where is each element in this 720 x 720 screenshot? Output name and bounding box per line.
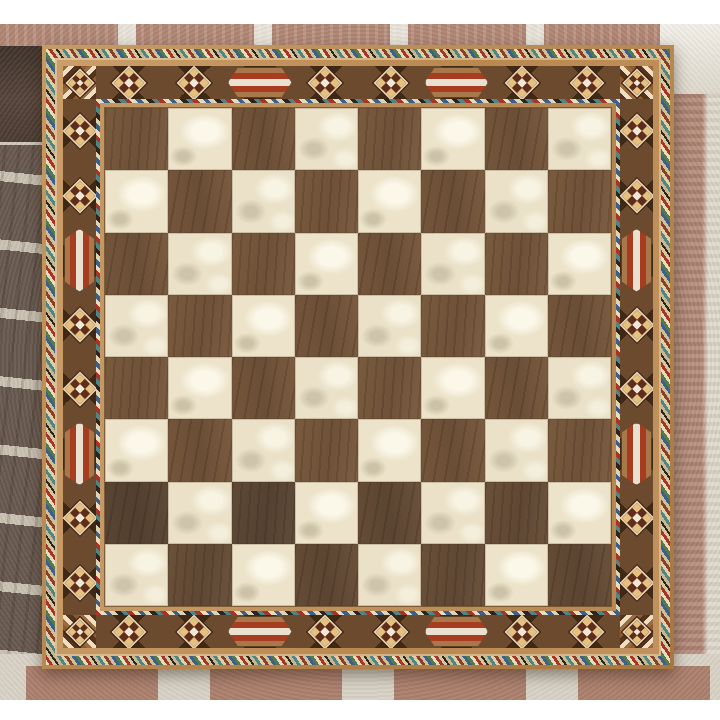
square-r6c7[interactable] bbox=[485, 419, 548, 481]
square-r3c3[interactable] bbox=[232, 233, 295, 295]
ornament-cell bbox=[63, 551, 96, 616]
square-r2c8[interactable] bbox=[548, 170, 611, 232]
square-r1c5[interactable] bbox=[358, 108, 421, 170]
ornament-cell bbox=[162, 66, 228, 99]
ornament-cell bbox=[63, 293, 96, 358]
rosette-inlay bbox=[177, 615, 212, 648]
stripe-lens-inlay bbox=[424, 615, 490, 648]
ornament-cell bbox=[293, 615, 359, 648]
square-r2c1[interactable] bbox=[105, 170, 168, 232]
square-r4c2[interactable] bbox=[168, 295, 231, 357]
rosette-inlay bbox=[63, 565, 96, 600]
ornament-cell bbox=[620, 551, 653, 616]
rosette-inlay bbox=[63, 178, 96, 213]
rosette-inlay bbox=[308, 615, 343, 648]
rosette-inlay bbox=[65, 68, 95, 98]
stripe-lens-inlay bbox=[424, 66, 490, 99]
square-r1c4[interactable] bbox=[295, 108, 358, 170]
square-r7c4[interactable] bbox=[295, 482, 358, 544]
ornament-corner-tl bbox=[63, 66, 96, 99]
photo-margin-top bbox=[0, 0, 720, 24]
ornament-strip-bottom bbox=[96, 615, 620, 648]
stripe-lens-inlay bbox=[63, 228, 96, 293]
rosette-inlay bbox=[373, 615, 408, 648]
square-r6c6[interactable] bbox=[421, 419, 484, 481]
square-r3c1[interactable] bbox=[105, 233, 168, 295]
square-r5c8[interactable] bbox=[548, 357, 611, 419]
stripe-lens-inlay bbox=[63, 422, 96, 487]
stripe-lens-inlay bbox=[227, 66, 293, 99]
square-r8c5[interactable] bbox=[358, 544, 421, 606]
ornament-cell bbox=[63, 164, 96, 229]
square-r6c2[interactable] bbox=[168, 419, 231, 481]
ornament-cell bbox=[358, 615, 424, 648]
rosette-inlay bbox=[504, 615, 539, 648]
square-r1c8[interactable] bbox=[548, 108, 611, 170]
ornament-strip-right bbox=[620, 99, 653, 615]
rosette-inlay bbox=[504, 66, 539, 99]
ornament-cell bbox=[620, 486, 653, 551]
ornament-cell bbox=[620, 357, 653, 422]
ornament-cell bbox=[620, 293, 653, 358]
rosette-inlay bbox=[373, 66, 408, 99]
ornament-cell bbox=[489, 66, 555, 99]
square-r2c3[interactable] bbox=[232, 170, 295, 232]
rosette-inlay bbox=[622, 68, 652, 98]
rosette-inlay bbox=[65, 617, 95, 647]
square-r5c1[interactable] bbox=[105, 357, 168, 419]
lens-stripes bbox=[64, 423, 95, 486]
ornament-cell bbox=[63, 486, 96, 551]
square-r8c6[interactable] bbox=[421, 544, 484, 606]
square-r2c7[interactable] bbox=[485, 170, 548, 232]
rosette-inlay bbox=[63, 372, 96, 407]
square-r1c6[interactable] bbox=[421, 108, 484, 170]
rosette-inlay bbox=[620, 372, 653, 407]
rosette-inlay bbox=[620, 501, 653, 536]
square-r6c8[interactable] bbox=[548, 419, 611, 481]
square-r4c7[interactable] bbox=[485, 295, 548, 357]
square-r6c4[interactable] bbox=[295, 419, 358, 481]
lens-stripes bbox=[228, 616, 292, 647]
square-r4c1[interactable] bbox=[105, 295, 168, 357]
square-r3c5[interactable] bbox=[358, 233, 421, 295]
square-r1c1[interactable] bbox=[105, 108, 168, 170]
square-r8c8[interactable] bbox=[548, 544, 611, 606]
ornament-corner-bl bbox=[63, 615, 96, 648]
square-r4c8[interactable] bbox=[548, 295, 611, 357]
square-r5c2[interactable] bbox=[168, 357, 231, 419]
square-r3c4[interactable] bbox=[295, 233, 358, 295]
square-r5c7[interactable] bbox=[485, 357, 548, 419]
lens-stripes bbox=[425, 616, 489, 647]
square-r6c5[interactable] bbox=[358, 419, 421, 481]
square-r8c3[interactable] bbox=[232, 544, 295, 606]
square-r7c1[interactable] bbox=[105, 482, 168, 544]
square-r8c2[interactable] bbox=[168, 544, 231, 606]
square-r3c6[interactable] bbox=[421, 233, 484, 295]
chess-board bbox=[42, 45, 674, 669]
lens-stripes bbox=[621, 423, 652, 486]
square-r7c6[interactable] bbox=[421, 482, 484, 544]
brick-column-right bbox=[668, 50, 720, 670]
square-r1c7[interactable] bbox=[485, 108, 548, 170]
square-r2c6[interactable] bbox=[421, 170, 484, 232]
rosette-inlay bbox=[620, 114, 653, 149]
photo-margin-bottom bbox=[0, 700, 720, 720]
rosette-inlay bbox=[620, 307, 653, 342]
square-r5c3[interactable] bbox=[232, 357, 295, 419]
lens-stripes bbox=[228, 67, 292, 98]
ornament-cell bbox=[489, 615, 555, 648]
square-r6c1[interactable] bbox=[105, 419, 168, 481]
square-r3c8[interactable] bbox=[548, 233, 611, 295]
square-r5c4[interactable] bbox=[295, 357, 358, 419]
lens-stripes bbox=[621, 229, 652, 292]
square-r2c5[interactable] bbox=[358, 170, 421, 232]
rosette-inlay bbox=[63, 114, 96, 149]
ornament-strip-left bbox=[63, 99, 96, 615]
square-r4c4[interactable] bbox=[295, 295, 358, 357]
lens-stripes bbox=[425, 67, 489, 98]
dark-brick-corner bbox=[0, 46, 46, 142]
ornament-cell bbox=[162, 615, 228, 648]
dot-mosaic-line bbox=[96, 99, 620, 615]
ornament-cell bbox=[620, 164, 653, 229]
square-r8c4[interactable] bbox=[295, 544, 358, 606]
square-r2c2[interactable] bbox=[168, 170, 231, 232]
outer-wood-band bbox=[55, 58, 661, 656]
board-outer-wood-lip bbox=[42, 45, 674, 669]
ornament-cell bbox=[63, 357, 96, 422]
square-r7c8[interactable] bbox=[548, 482, 611, 544]
ornament-cell bbox=[620, 99, 653, 164]
rosette-inlay bbox=[570, 66, 605, 99]
rosette-inlay bbox=[620, 178, 653, 213]
ornament-cell bbox=[293, 66, 359, 99]
square-r7c3[interactable] bbox=[232, 482, 295, 544]
square-r1c2[interactable] bbox=[168, 108, 231, 170]
square-r2c4[interactable] bbox=[295, 170, 358, 232]
rosette-inlay bbox=[622, 617, 652, 647]
square-r4c6[interactable] bbox=[421, 295, 484, 357]
ornament-cell bbox=[555, 66, 621, 99]
rosette-inlay bbox=[308, 66, 343, 99]
rosette-inlay bbox=[620, 565, 653, 600]
rosette-inlay bbox=[63, 307, 96, 342]
square-r8c1[interactable] bbox=[105, 544, 168, 606]
stripe-lens-inlay bbox=[620, 228, 653, 293]
square-r6c3[interactable] bbox=[232, 419, 295, 481]
ornament-corner-tr bbox=[620, 66, 653, 99]
rosette-inlay bbox=[111, 66, 146, 99]
ornament-corner-br bbox=[620, 615, 653, 648]
playing-field bbox=[105, 108, 611, 606]
square-r8c7[interactable] bbox=[485, 544, 548, 606]
rosette-ornament-band bbox=[63, 66, 653, 648]
rosette-inlay bbox=[177, 66, 212, 99]
square-r7c7[interactable] bbox=[485, 482, 548, 544]
ornament-cell bbox=[358, 66, 424, 99]
square-r4c3[interactable] bbox=[232, 295, 295, 357]
stripe-lens-inlay bbox=[620, 422, 653, 487]
square-r1c3[interactable] bbox=[232, 108, 295, 170]
square-r7c2[interactable] bbox=[168, 482, 231, 544]
rosette-inlay bbox=[63, 501, 96, 536]
ornament-cell bbox=[63, 99, 96, 164]
square-r7c5[interactable] bbox=[358, 482, 421, 544]
rosette-inlay bbox=[570, 615, 605, 648]
square-r3c7[interactable] bbox=[485, 233, 548, 295]
rosette-inlay bbox=[111, 615, 146, 648]
square-r5c5[interactable] bbox=[358, 357, 421, 419]
square-r4c5[interactable] bbox=[358, 295, 421, 357]
inner-wood-frame bbox=[100, 103, 616, 611]
lens-stripes bbox=[64, 229, 95, 292]
ornament-cell bbox=[555, 615, 621, 648]
stripe-lens-inlay bbox=[227, 615, 293, 648]
square-r3c2[interactable] bbox=[168, 233, 231, 295]
ornament-cell bbox=[96, 615, 162, 648]
ornament-strip-top bbox=[96, 66, 620, 99]
square-r5c6[interactable] bbox=[421, 357, 484, 419]
mosaic-stripe-band bbox=[46, 49, 670, 665]
ornament-cell bbox=[96, 66, 162, 99]
